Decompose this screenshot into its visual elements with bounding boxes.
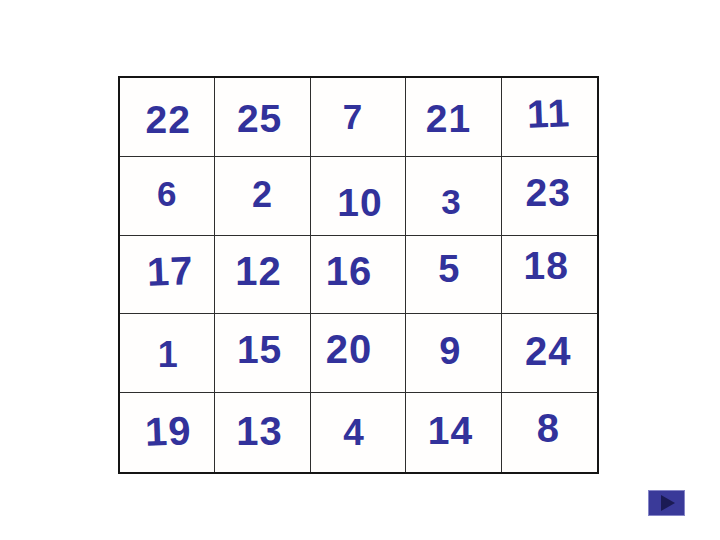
grid-cell-r1c2: 25 (215, 78, 310, 157)
next-slide-button[interactable] (648, 490, 685, 516)
grid-cell-r2c4: 3 (406, 157, 501, 236)
grid-cell-r4c3: 20 (311, 314, 406, 393)
play-right-icon (661, 495, 675, 511)
cell-number: 25 (237, 99, 282, 138)
cell-number: 7 (343, 99, 363, 134)
grid-cell-r5c2: 13 (215, 393, 310, 472)
grid-cell-r5c4: 14 (406, 393, 501, 472)
cell-number: 13 (236, 411, 283, 451)
grid-cell-r2c5: 23 (502, 157, 597, 236)
cell-number: 8 (537, 408, 560, 448)
grid-cell-r4c1: 1 (120, 314, 215, 393)
grid-cell-r4c2: 15 (215, 314, 310, 393)
cell-number: 14 (428, 411, 473, 450)
cell-number: 20 (326, 329, 373, 369)
cell-number: 17 (146, 251, 194, 293)
grid-cell-r1c1: 22 (120, 78, 215, 157)
cell-number: 6 (157, 176, 177, 211)
cell-number: 22 (146, 100, 191, 139)
grid-cell-r1c3: 7 (311, 78, 406, 157)
schulte-grid: 22 25 7 21 11 6 2 10 3 23 17 12 16 5 18 … (118, 76, 599, 474)
grid-cell-r4c4: 9 (406, 314, 501, 393)
grid-cell-r5c5: 8 (502, 393, 597, 472)
cell-number: 12 (235, 251, 282, 291)
grid-cell-r1c5: 11 (502, 78, 597, 157)
grid-cell-r1c4: 21 (406, 78, 501, 157)
grid-cell-r5c3: 4 (311, 393, 406, 472)
grid-cell-r2c2: 2 (215, 157, 310, 236)
cell-number: 16 (326, 251, 373, 291)
cell-number: 15 (237, 330, 282, 369)
cell-number: 1 (158, 337, 179, 373)
cell-number: 11 (526, 94, 571, 134)
cell-number: 2 (252, 177, 273, 213)
grid-cell-r3c4: 5 (406, 236, 501, 315)
cell-number: 24 (525, 331, 572, 371)
grid-cell-r2c3: 10 (311, 157, 406, 236)
cell-number: 21 (426, 99, 471, 138)
cell-number: 4 (343, 414, 365, 451)
grid-cell-r3c2: 12 (215, 236, 310, 315)
grid-cell-r5c1: 19 (120, 393, 215, 472)
grid-cell-r2c1: 6 (120, 157, 215, 236)
cell-number: 9 (439, 332, 461, 370)
cell-number: 19 (144, 410, 192, 452)
cell-number: 3 (441, 184, 461, 219)
grid-cell-r4c5: 24 (502, 314, 597, 393)
grid-cell-r3c3: 16 (311, 236, 406, 315)
slide-canvas: 22 25 7 21 11 6 2 10 3 23 17 12 16 5 18 … (0, 0, 720, 540)
cell-number: 5 (438, 250, 460, 288)
cell-number: 18 (524, 246, 569, 285)
cell-number: 23 (526, 173, 571, 212)
grid-cell-r3c1: 17 (120, 236, 215, 315)
grid-cell-r3c5: 18 (502, 236, 597, 315)
cell-number: 10 (337, 183, 382, 222)
